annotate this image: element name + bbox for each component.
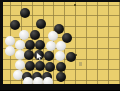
board-cell-7-3[interactable] [80, 31, 91, 42]
board-cell-8-3[interactable] [91, 31, 102, 42]
mouse-cursor-icon [36, 52, 44, 61]
black-stone [35, 61, 45, 71]
black-stone [30, 30, 40, 40]
board-cell-7-2[interactable] [80, 21, 91, 32]
black-stone [66, 52, 76, 62]
board-cell-9-2[interactable] [102, 21, 113, 32]
board-cell-10-4[interactable] [113, 42, 120, 53]
board-cell-8-1[interactable] [91, 10, 102, 21]
board-cell-4-1[interactable] [48, 10, 59, 21]
board-cell-9-1[interactable] [102, 10, 113, 21]
board-cell-10-6[interactable] [113, 64, 120, 75]
board-cell-7-1[interactable] [80, 10, 91, 21]
letterbox-left [0, 0, 3, 90]
white-stone [13, 70, 23, 80]
board-cell-10-3[interactable] [113, 31, 120, 42]
white-stone [56, 41, 66, 51]
board-cell-0-1[interactable] [4, 10, 15, 21]
board-cell-10-5[interactable] [113, 53, 120, 64]
black-stone [56, 72, 66, 82]
board-cell-10-1[interactable] [113, 10, 120, 21]
board-cell-9-4[interactable] [102, 42, 113, 53]
board-cell-9-6[interactable] [102, 64, 113, 75]
board-cell-9-5[interactable] [102, 53, 113, 64]
white-stone [5, 46, 15, 56]
board-cell-6-1[interactable] [70, 10, 81, 21]
board-cell-10-2[interactable] [113, 21, 120, 32]
go-app-window [0, 0, 120, 90]
letterbox-top [0, 0, 120, 2]
board-cell-8-6[interactable] [91, 64, 102, 75]
board-cell-7-5[interactable] [80, 53, 91, 64]
board-cell-8-5[interactable] [91, 53, 102, 64]
white-stone [55, 51, 65, 61]
board-cell-5-1[interactable] [59, 10, 70, 21]
black-stone [45, 62, 55, 72]
white-stone [5, 36, 15, 46]
letterbox-bottom [0, 84, 120, 91]
board-cell-7-4[interactable] [80, 42, 91, 53]
board-cell-6-6[interactable] [70, 64, 81, 75]
black-stone [10, 20, 20, 30]
black-stone [25, 61, 35, 71]
board-cell-8-4[interactable] [91, 42, 102, 53]
board-cell-7-6[interactable] [80, 64, 91, 75]
board-cell-8-2[interactable] [91, 21, 102, 32]
board-cell-6-2[interactable] [70, 21, 81, 32]
black-stone [56, 62, 66, 72]
board-cell-9-3[interactable] [102, 31, 113, 42]
